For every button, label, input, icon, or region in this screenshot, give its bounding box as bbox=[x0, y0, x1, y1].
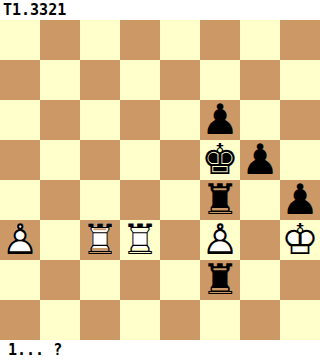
square-c3[interactable]: ♜♖ bbox=[80, 220, 120, 260]
square-g6[interactable] bbox=[240, 100, 280, 140]
square-g8[interactable] bbox=[240, 20, 280, 60]
square-h3[interactable]: ♚♔ bbox=[280, 220, 320, 260]
chess-board: ♟♚♟♜♟♟♙♜♖♜♖♟♙♚♔♜ bbox=[0, 20, 320, 340]
move-prompt: 1... ? bbox=[0, 340, 320, 360]
square-a1[interactable] bbox=[0, 300, 40, 340]
square-c2[interactable] bbox=[80, 260, 120, 300]
square-a3[interactable]: ♟♙ bbox=[0, 220, 40, 260]
square-b1[interactable] bbox=[40, 300, 80, 340]
square-d1[interactable] bbox=[120, 300, 160, 340]
square-a4[interactable] bbox=[0, 180, 40, 220]
square-d4[interactable] bbox=[120, 180, 160, 220]
square-e1[interactable] bbox=[160, 300, 200, 340]
square-c6[interactable] bbox=[80, 100, 120, 140]
piece-fill: ♜ bbox=[120, 220, 160, 260]
square-g4[interactable] bbox=[240, 180, 280, 220]
square-h5[interactable] bbox=[280, 140, 320, 180]
square-f7[interactable] bbox=[200, 60, 240, 100]
square-g3[interactable] bbox=[240, 220, 280, 260]
square-f1[interactable] bbox=[200, 300, 240, 340]
square-f8[interactable] bbox=[200, 20, 240, 60]
piece-fill: ♚ bbox=[280, 220, 320, 260]
piece-fill: ♟ bbox=[200, 220, 240, 260]
square-d7[interactable] bbox=[120, 60, 160, 100]
square-h7[interactable] bbox=[280, 60, 320, 100]
square-d8[interactable] bbox=[120, 20, 160, 60]
square-c7[interactable] bbox=[80, 60, 120, 100]
square-d2[interactable] bbox=[120, 260, 160, 300]
square-c1[interactable] bbox=[80, 300, 120, 340]
square-f5[interactable]: ♚ bbox=[200, 140, 240, 180]
square-f3[interactable]: ♟♙ bbox=[200, 220, 240, 260]
square-g5[interactable]: ♟ bbox=[240, 140, 280, 180]
piece-white-rook-icon: ♖ bbox=[120, 220, 160, 260]
piece-white-pawn-icon: ♙ bbox=[200, 220, 240, 260]
square-a8[interactable] bbox=[0, 20, 40, 60]
square-f6[interactable]: ♟ bbox=[200, 100, 240, 140]
square-e4[interactable] bbox=[160, 180, 200, 220]
square-d6[interactable] bbox=[120, 100, 160, 140]
square-f2[interactable]: ♜ bbox=[200, 260, 240, 300]
square-e2[interactable] bbox=[160, 260, 200, 300]
square-g2[interactable] bbox=[240, 260, 280, 300]
square-c4[interactable] bbox=[80, 180, 120, 220]
square-h4[interactable]: ♟ bbox=[280, 180, 320, 220]
square-b2[interactable] bbox=[40, 260, 80, 300]
square-h1[interactable] bbox=[280, 300, 320, 340]
square-b4[interactable] bbox=[40, 180, 80, 220]
square-h6[interactable] bbox=[280, 100, 320, 140]
square-g7[interactable] bbox=[240, 60, 280, 100]
chess-puzzle-window: T1.3321 ♟♚♟♜♟♟♙♜♖♜♖♟♙♚♔♜ 1... ? bbox=[0, 0, 320, 360]
square-b3[interactable] bbox=[40, 220, 80, 260]
square-c5[interactable] bbox=[80, 140, 120, 180]
square-e7[interactable] bbox=[160, 60, 200, 100]
piece-black-pawn-icon: ♟ bbox=[240, 140, 280, 180]
piece-black-king-icon: ♚ bbox=[200, 140, 240, 180]
square-g1[interactable] bbox=[240, 300, 280, 340]
piece-fill: ♟ bbox=[0, 220, 40, 260]
square-e3[interactable] bbox=[160, 220, 200, 260]
square-d5[interactable] bbox=[120, 140, 160, 180]
piece-white-rook-icon: ♖ bbox=[80, 220, 120, 260]
square-c8[interactable] bbox=[80, 20, 120, 60]
piece-white-pawn-icon: ♙ bbox=[0, 220, 40, 260]
square-a6[interactable] bbox=[0, 100, 40, 140]
piece-fill: ♜ bbox=[80, 220, 120, 260]
piece-white-king-icon: ♔ bbox=[280, 220, 320, 260]
square-a7[interactable] bbox=[0, 60, 40, 100]
square-e6[interactable] bbox=[160, 100, 200, 140]
square-e5[interactable] bbox=[160, 140, 200, 180]
square-b7[interactable] bbox=[40, 60, 80, 100]
square-h2[interactable] bbox=[280, 260, 320, 300]
square-d3[interactable]: ♜♖ bbox=[120, 220, 160, 260]
puzzle-id: T1.3321 bbox=[0, 0, 320, 20]
piece-black-pawn-icon: ♟ bbox=[200, 100, 240, 140]
square-b8[interactable] bbox=[40, 20, 80, 60]
square-f4[interactable]: ♜ bbox=[200, 180, 240, 220]
square-b6[interactable] bbox=[40, 100, 80, 140]
square-e8[interactable] bbox=[160, 20, 200, 60]
piece-black-pawn-icon: ♟ bbox=[280, 180, 320, 220]
piece-black-rook-icon: ♜ bbox=[200, 260, 240, 300]
square-a5[interactable] bbox=[0, 140, 40, 180]
square-b5[interactable] bbox=[40, 140, 80, 180]
square-a2[interactable] bbox=[0, 260, 40, 300]
piece-black-rook-icon: ♜ bbox=[200, 180, 240, 220]
square-h8[interactable] bbox=[280, 20, 320, 60]
